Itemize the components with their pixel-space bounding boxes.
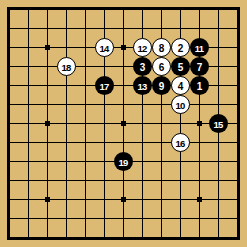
board-intersection xyxy=(152,133,171,152)
board-intersection xyxy=(19,228,38,247)
board-grid: 14128211183657171394110151619 xyxy=(0,0,247,247)
move-number: 7 xyxy=(197,62,203,72)
board-intersection xyxy=(38,190,57,209)
board-intersection xyxy=(19,171,38,190)
board-intersection xyxy=(152,171,171,190)
board-intersection xyxy=(57,0,76,19)
board-intersection xyxy=(228,228,247,247)
board-intersection xyxy=(57,95,76,114)
black-stone: 13 xyxy=(133,76,152,95)
star-point xyxy=(121,197,126,202)
board-intersection: 5 xyxy=(171,57,190,76)
board-intersection xyxy=(152,228,171,247)
board-intersection xyxy=(152,95,171,114)
move-number: 9 xyxy=(159,81,165,91)
board-intersection xyxy=(228,0,247,19)
board-intersection xyxy=(95,0,114,19)
board-intersection xyxy=(57,171,76,190)
board-intersection xyxy=(0,114,19,133)
board-intersection xyxy=(57,114,76,133)
move-number: 8 xyxy=(159,43,165,53)
board-intersection xyxy=(19,57,38,76)
board-intersection xyxy=(76,228,95,247)
board-intersection xyxy=(209,228,228,247)
board-intersection xyxy=(152,152,171,171)
board-intersection xyxy=(95,152,114,171)
board-intersection xyxy=(114,171,133,190)
board-intersection xyxy=(171,190,190,209)
board-intersection xyxy=(190,228,209,247)
board-intersection xyxy=(171,152,190,171)
board-intersection xyxy=(0,76,19,95)
board-intersection xyxy=(76,76,95,95)
star-point xyxy=(121,45,126,50)
board-intersection xyxy=(133,228,152,247)
board-intersection xyxy=(133,133,152,152)
board-intersection xyxy=(228,190,247,209)
board-intersection xyxy=(57,19,76,38)
board-intersection xyxy=(190,209,209,228)
move-number: 14 xyxy=(99,43,108,53)
black-stone: 11 xyxy=(190,38,209,57)
board-intersection xyxy=(114,19,133,38)
board-intersection xyxy=(76,38,95,57)
board-intersection xyxy=(228,38,247,57)
board-intersection xyxy=(19,19,38,38)
board-intersection xyxy=(133,209,152,228)
board-intersection xyxy=(0,171,19,190)
board-intersection xyxy=(152,190,171,209)
board-intersection xyxy=(76,190,95,209)
board-intersection xyxy=(228,19,247,38)
board-intersection: 10 xyxy=(171,95,190,114)
board-intersection xyxy=(95,19,114,38)
move-number: 17 xyxy=(99,81,108,91)
board-intersection xyxy=(57,209,76,228)
board-intersection xyxy=(38,209,57,228)
white-stone: 10 xyxy=(171,95,190,114)
board-intersection xyxy=(171,209,190,228)
black-stone: 1 xyxy=(190,76,209,95)
board-intersection xyxy=(228,133,247,152)
board-intersection xyxy=(190,0,209,19)
board-intersection: 6 xyxy=(152,57,171,76)
board-intersection: 18 xyxy=(57,57,76,76)
go-board: 14128211183657171394110151619 xyxy=(0,0,247,247)
board-intersection xyxy=(19,95,38,114)
board-intersection xyxy=(76,152,95,171)
board-intersection xyxy=(95,57,114,76)
star-point xyxy=(45,45,50,50)
move-number: 2 xyxy=(178,43,184,53)
board-intersection xyxy=(95,171,114,190)
board-intersection xyxy=(209,19,228,38)
black-stone: 5 xyxy=(171,57,190,76)
board-intersection xyxy=(38,133,57,152)
board-intersection xyxy=(152,19,171,38)
board-intersection xyxy=(76,114,95,133)
black-stone: 15 xyxy=(209,114,228,133)
board-intersection xyxy=(38,0,57,19)
board-intersection: 3 xyxy=(133,57,152,76)
star-point xyxy=(197,197,202,202)
board-intersection xyxy=(228,209,247,228)
board-intersection xyxy=(133,190,152,209)
board-intersection xyxy=(228,76,247,95)
board-intersection xyxy=(19,190,38,209)
board-intersection xyxy=(0,228,19,247)
board-intersection xyxy=(190,19,209,38)
board-intersection xyxy=(76,95,95,114)
white-stone: 8 xyxy=(152,38,171,57)
board-intersection xyxy=(133,114,152,133)
board-intersection xyxy=(228,57,247,76)
board-intersection: 16 xyxy=(171,133,190,152)
board-intersection xyxy=(38,38,57,57)
board-intersection xyxy=(0,133,19,152)
board-intersection xyxy=(57,76,76,95)
board-intersection xyxy=(190,190,209,209)
board-intersection xyxy=(114,228,133,247)
board-intersection xyxy=(19,152,38,171)
board-intersection xyxy=(38,95,57,114)
board-intersection xyxy=(38,57,57,76)
board-intersection xyxy=(133,19,152,38)
board-intersection: 14 xyxy=(95,38,114,57)
star-point xyxy=(45,197,50,202)
board-intersection xyxy=(19,133,38,152)
board-intersection xyxy=(95,133,114,152)
board-intersection xyxy=(209,76,228,95)
board-intersection: 8 xyxy=(152,38,171,57)
board-intersection xyxy=(19,38,38,57)
black-stone: 17 xyxy=(95,76,114,95)
board-intersection xyxy=(0,38,19,57)
board-intersection xyxy=(209,95,228,114)
star-point xyxy=(197,121,202,126)
board-intersection xyxy=(133,171,152,190)
board-intersection xyxy=(19,76,38,95)
board-intersection xyxy=(228,114,247,133)
board-intersection xyxy=(209,190,228,209)
move-number: 16 xyxy=(175,138,184,148)
black-stone: 7 xyxy=(190,57,209,76)
board-intersection xyxy=(76,0,95,19)
board-intersection xyxy=(209,209,228,228)
board-intersection xyxy=(38,152,57,171)
board-intersection xyxy=(114,209,133,228)
board-intersection xyxy=(95,190,114,209)
white-stone: 18 xyxy=(57,57,76,76)
board-intersection: 1 xyxy=(190,76,209,95)
board-intersection xyxy=(133,152,152,171)
board-intersection: 17 xyxy=(95,76,114,95)
board-intersection xyxy=(76,171,95,190)
black-stone: 3 xyxy=(133,57,152,76)
white-stone: 14 xyxy=(95,38,114,57)
board-intersection xyxy=(228,95,247,114)
board-intersection: 4 xyxy=(171,76,190,95)
board-intersection xyxy=(0,209,19,228)
board-intersection xyxy=(38,228,57,247)
board-intersection: 15 xyxy=(209,114,228,133)
board-intersection xyxy=(19,0,38,19)
black-stone: 9 xyxy=(152,76,171,95)
move-number: 18 xyxy=(61,62,70,72)
star-point xyxy=(45,121,50,126)
board-intersection xyxy=(19,209,38,228)
board-intersection xyxy=(190,114,209,133)
board-intersection xyxy=(0,19,19,38)
white-stone: 16 xyxy=(171,133,190,152)
board-intersection xyxy=(38,19,57,38)
board-intersection: 2 xyxy=(171,38,190,57)
board-intersection xyxy=(95,228,114,247)
board-intersection: 9 xyxy=(152,76,171,95)
board-intersection xyxy=(114,133,133,152)
board-intersection xyxy=(76,57,95,76)
board-intersection xyxy=(0,190,19,209)
board-intersection: 12 xyxy=(133,38,152,57)
board-intersection xyxy=(114,190,133,209)
white-stone: 12 xyxy=(133,38,152,57)
board-intersection xyxy=(209,171,228,190)
board-intersection xyxy=(114,114,133,133)
board-intersection xyxy=(209,133,228,152)
move-number: 13 xyxy=(137,81,146,91)
board-intersection xyxy=(114,76,133,95)
board-intersection xyxy=(152,209,171,228)
board-intersection xyxy=(38,76,57,95)
board-intersection xyxy=(209,152,228,171)
board-intersection xyxy=(57,228,76,247)
white-stone: 6 xyxy=(152,57,171,76)
board-intersection xyxy=(190,152,209,171)
board-intersection xyxy=(190,95,209,114)
board-intersection xyxy=(171,114,190,133)
move-number: 19 xyxy=(118,157,127,167)
board-intersection xyxy=(76,209,95,228)
board-intersection xyxy=(0,95,19,114)
board-intersection xyxy=(228,171,247,190)
board-intersection xyxy=(114,95,133,114)
board-intersection xyxy=(57,38,76,57)
board-intersection xyxy=(171,228,190,247)
move-number: 11 xyxy=(195,43,204,53)
board-intersection xyxy=(0,57,19,76)
board-intersection: 19 xyxy=(114,152,133,171)
board-intersection xyxy=(171,19,190,38)
move-number: 10 xyxy=(175,100,184,110)
board-intersection xyxy=(76,19,95,38)
board-intersection xyxy=(152,0,171,19)
board-intersection xyxy=(76,133,95,152)
board-intersection xyxy=(209,38,228,57)
move-number: 6 xyxy=(159,62,165,72)
black-stone: 19 xyxy=(114,152,133,171)
white-stone: 2 xyxy=(171,38,190,57)
move-number: 1 xyxy=(197,81,203,91)
board-intersection xyxy=(114,0,133,19)
board-intersection xyxy=(57,152,76,171)
move-number: 15 xyxy=(213,119,222,129)
board-intersection xyxy=(209,57,228,76)
board-intersection xyxy=(57,133,76,152)
board-intersection: 7 xyxy=(190,57,209,76)
board-intersection xyxy=(38,114,57,133)
board-intersection xyxy=(228,152,247,171)
move-number: 3 xyxy=(140,62,146,72)
board-intersection xyxy=(133,0,152,19)
move-number: 5 xyxy=(178,62,184,72)
white-stone: 4 xyxy=(171,76,190,95)
board-intersection xyxy=(133,95,152,114)
move-number: 12 xyxy=(137,43,146,53)
board-intersection xyxy=(190,171,209,190)
board-intersection xyxy=(152,114,171,133)
board-intersection xyxy=(38,171,57,190)
board-intersection xyxy=(95,95,114,114)
star-point xyxy=(121,121,126,126)
board-intersection xyxy=(0,152,19,171)
board-intersection xyxy=(190,133,209,152)
board-intersection xyxy=(95,114,114,133)
board-intersection xyxy=(95,209,114,228)
move-number: 4 xyxy=(178,81,184,91)
board-intersection xyxy=(114,57,133,76)
board-intersection xyxy=(171,0,190,19)
board-intersection xyxy=(19,114,38,133)
board-intersection xyxy=(171,171,190,190)
board-intersection xyxy=(209,0,228,19)
board-intersection xyxy=(0,0,19,19)
board-intersection xyxy=(114,38,133,57)
board-intersection xyxy=(57,190,76,209)
board-intersection: 13 xyxy=(133,76,152,95)
board-intersection: 11 xyxy=(190,38,209,57)
